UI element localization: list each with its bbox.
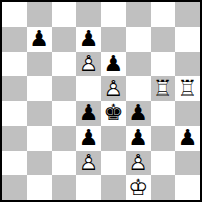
- white-rook-icon: ♜♖: [151, 76, 176, 101]
- square-b6[interactable]: [27, 52, 52, 77]
- square-a3[interactable]: [2, 126, 27, 151]
- square-d4[interactable]: ♟: [76, 101, 101, 126]
- square-c8[interactable]: [52, 2, 77, 27]
- square-h6[interactable]: [175, 52, 200, 77]
- square-f3[interactable]: ♟: [126, 126, 151, 151]
- square-f1[interactable]: ♚♔: [126, 175, 151, 200]
- square-d2[interactable]: ♟♙: [76, 151, 101, 176]
- square-e6[interactable]: ♟: [101, 52, 126, 77]
- white-pawn-icon: ♟♙: [76, 52, 101, 77]
- square-h4[interactable]: [175, 101, 200, 126]
- square-b2[interactable]: [27, 151, 52, 176]
- square-g2[interactable]: [151, 151, 176, 176]
- square-f2[interactable]: ♟♙: [126, 151, 151, 176]
- square-a1[interactable]: [2, 175, 27, 200]
- white-pawn-icon: ♟♙: [76, 151, 101, 176]
- square-a4[interactable]: [2, 101, 27, 126]
- square-c7[interactable]: [52, 27, 77, 52]
- square-b5[interactable]: [27, 76, 52, 101]
- square-e5[interactable]: ♟♙: [101, 76, 126, 101]
- square-f4[interactable]: ♟: [126, 101, 151, 126]
- square-b4[interactable]: [27, 101, 52, 126]
- black-pawn-icon: ♟: [126, 126, 151, 151]
- square-h2[interactable]: [175, 151, 200, 176]
- square-a6[interactable]: [2, 52, 27, 77]
- black-pawn-icon: ♟: [76, 27, 101, 52]
- square-c1[interactable]: [52, 175, 77, 200]
- square-f7[interactable]: [126, 27, 151, 52]
- square-g3[interactable]: [151, 126, 176, 151]
- square-g7[interactable]: [151, 27, 176, 52]
- square-a7[interactable]: [2, 27, 27, 52]
- square-h5[interactable]: ♜♖: [175, 76, 200, 101]
- black-pawn-icon: ♟: [175, 126, 200, 151]
- square-c4[interactable]: [52, 101, 77, 126]
- square-g8[interactable]: [151, 2, 176, 27]
- white-rook-icon: ♜♖: [175, 76, 200, 101]
- black-pawn-icon: ♟: [126, 101, 151, 126]
- white-pawn-icon: ♟♙: [101, 76, 126, 101]
- square-b1[interactable]: [27, 175, 52, 200]
- square-d1[interactable]: [76, 175, 101, 200]
- square-d5[interactable]: [76, 76, 101, 101]
- white-king-icon: ♚♔: [126, 175, 151, 200]
- black-pawn-icon: ♟: [101, 52, 126, 77]
- square-f8[interactable]: [126, 2, 151, 27]
- square-e3[interactable]: [101, 126, 126, 151]
- square-e8[interactable]: [101, 2, 126, 27]
- square-c2[interactable]: [52, 151, 77, 176]
- square-g1[interactable]: [151, 175, 176, 200]
- white-pawn-icon: ♟♙: [126, 151, 151, 176]
- square-a8[interactable]: [2, 2, 27, 27]
- chess-board: ♟♟♟♙♟♟♙♜♖♜♖♟♚♟♟♟♟♟♙♟♙♚♔: [0, 0, 202, 202]
- square-d3[interactable]: ♟: [76, 126, 101, 151]
- square-e4[interactable]: ♚: [101, 101, 126, 126]
- square-b3[interactable]: [27, 126, 52, 151]
- square-c3[interactable]: [52, 126, 77, 151]
- square-c6[interactable]: [52, 52, 77, 77]
- square-g5[interactable]: ♜♖: [151, 76, 176, 101]
- square-d7[interactable]: ♟: [76, 27, 101, 52]
- black-pawn-icon: ♟: [76, 126, 101, 151]
- square-f5[interactable]: [126, 76, 151, 101]
- square-h7[interactable]: [175, 27, 200, 52]
- square-e7[interactable]: [101, 27, 126, 52]
- black-pawn-icon: ♟: [76, 101, 101, 126]
- square-g4[interactable]: [151, 101, 176, 126]
- square-h8[interactable]: [175, 2, 200, 27]
- square-a5[interactable]: [2, 76, 27, 101]
- square-d6[interactable]: ♟♙: [76, 52, 101, 77]
- square-b8[interactable]: [27, 2, 52, 27]
- black-king-icon: ♚: [101, 101, 126, 126]
- black-pawn-icon: ♟: [27, 27, 52, 52]
- square-a2[interactable]: [2, 151, 27, 176]
- square-e1[interactable]: [101, 175, 126, 200]
- square-b7[interactable]: ♟: [27, 27, 52, 52]
- square-c5[interactable]: [52, 76, 77, 101]
- square-d8[interactable]: [76, 2, 101, 27]
- square-g6[interactable]: [151, 52, 176, 77]
- square-e2[interactable]: [101, 151, 126, 176]
- square-f6[interactable]: [126, 52, 151, 77]
- square-h3[interactable]: ♟: [175, 126, 200, 151]
- square-h1[interactable]: [175, 175, 200, 200]
